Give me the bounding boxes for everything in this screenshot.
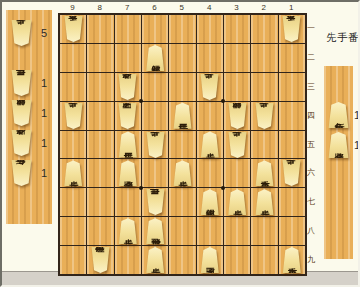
board-piece[interactable]: 歩兵 [146,247,165,273]
file-label: 8 [86,3,113,13]
board-piece-wrap: 銀將 [146,45,165,71]
board-piece-wrap: 王將 [118,103,137,129]
hand-piece-sente[interactable]: 角行 [328,102,349,128]
rank-label: 八 [307,226,319,236]
board-square[interactable] [197,15,223,43]
board-piece-wrap: 歩兵 [255,189,274,215]
board-square[interactable] [60,131,86,159]
board-square[interactable] [251,73,277,101]
rank-label: 五 [307,140,319,150]
board-piece-wrap: 歩兵 [228,189,247,215]
hand-piece-count: 1 [37,106,51,120]
file-label: 2 [250,3,277,13]
board-piece[interactable]: 金將 [118,74,137,100]
hand-piece-gote[interactable]: 桂馬 [11,70,32,96]
board-piece[interactable]: 金將 [118,160,137,186]
board-piece[interactable]: 香車 [64,16,83,42]
rank-label: 九 [307,255,319,265]
board-square[interactable] [142,102,168,130]
file-label: 3 [223,3,250,13]
board-piece-wrap: 香車 [255,160,274,186]
board-square[interactable] [115,246,141,274]
board-piece[interactable]: 歩兵 [282,160,301,186]
board-piece-wrap: 歩兵 [282,160,301,186]
board-square[interactable] [224,15,250,43]
board-piece[interactable]: 歩兵 [64,103,83,129]
board-square[interactable] [87,73,113,101]
hand-piece-gote-wrap: 銀將 [11,100,32,126]
board-square[interactable] [251,246,277,274]
board-square[interactable] [87,217,113,245]
board-piece[interactable]: 歩兵 [200,132,219,158]
board-square[interactable] [197,44,223,72]
hand-piece-count: 1 [37,76,51,90]
hand-piece-sente[interactable]: 金將 [328,132,349,158]
board-square[interactable] [197,217,223,245]
board-piece[interactable]: 飛車 [91,247,110,273]
hand-piece-gote-wrap: 角行 [11,160,32,186]
board-piece[interactable]: 桂馬 [146,189,165,215]
hand-piece-gote-wrap: 桂馬 [11,70,32,96]
board-piece[interactable]: 歩兵 [118,218,137,244]
file-label: 5 [168,3,195,13]
board-piece-wrap: 桂馬 [173,103,192,129]
board-square[interactable] [60,44,86,72]
board-square[interactable] [197,159,223,187]
board-piece[interactable]: 歩兵 [146,132,165,158]
board-piece-wrap: 歩兵 [200,74,219,100]
board-piece-wrap: 銀將 [228,103,247,129]
board-square[interactable] [224,73,250,101]
board-square[interactable] [115,188,141,216]
board-square[interactable] [169,73,195,101]
board-piece-wrap: 飛車 [91,247,110,273]
board-square[interactable] [251,44,277,72]
board-square[interactable] [87,159,113,187]
board-piece-wrap: 歩兵 [118,218,137,244]
board-square[interactable] [169,131,195,159]
board-square[interactable] [87,188,113,216]
board-piece[interactable]: 桂馬 [173,103,192,129]
board-piece-wrap: 歩兵 [146,132,165,158]
board-piece-wrap: 歩兵 [173,160,192,186]
board-piece-wrap: 桂馬 [146,189,165,215]
file-label: 9 [59,3,86,13]
board-piece[interactable]: 歩兵 [200,74,219,100]
hand-piece-gote-wrap: 歩兵 [11,20,32,46]
board-piece-wrap: 桂馬 [118,132,137,158]
file-label: 1 [278,3,305,13]
board-piece[interactable]: 歩兵 [255,103,274,129]
board-square[interactable] [115,15,141,43]
board-piece-wrap: 香車 [64,16,83,42]
board-square[interactable] [87,102,113,130]
board-piece-wrap: 歩兵 [146,247,165,273]
board-square[interactable] [169,217,195,245]
rank-label: 七 [307,197,319,207]
board-piece[interactable]: 銀將 [200,189,219,215]
hand-piece-gote[interactable]: 銀將 [11,100,32,126]
board-square[interactable] [60,217,86,245]
board-piece-wrap: 歩兵 [255,103,274,129]
board-square[interactable] [169,188,195,216]
hand-piece-count: 5 [37,26,51,40]
board-square[interactable] [169,15,195,43]
board-piece[interactable]: 桂馬 [118,132,137,158]
hand-piece-count: 1 [350,108,360,122]
board-piece[interactable]: 銀將 [146,45,165,71]
board-square[interactable] [224,44,250,72]
board-piece-wrap: 飛車 [146,218,165,244]
board-piece[interactable]: 王將 [118,103,137,129]
board-piece-wrap: 歩兵 [64,160,83,186]
board-piece[interactable]: 銀將 [228,103,247,129]
board-square[interactable] [60,73,86,101]
board-square[interactable] [279,131,305,159]
board-square[interactable] [279,73,305,101]
board-piece-wrap: 歩兵 [64,103,83,129]
board-piece[interactable]: 飛車 [146,218,165,244]
board-piece[interactable]: 歩兵 [64,160,83,186]
sente-hand-stand [324,66,353,259]
board-square[interactable] [279,188,305,216]
board-piece-wrap: 香車 [282,16,301,42]
rank-label: 六 [307,168,319,178]
board-square[interactable] [142,159,168,187]
board-piece-wrap: 金將 [118,160,137,186]
board-square[interactable] [169,44,195,72]
board-square[interactable] [60,246,86,274]
board-square[interactable] [251,217,277,245]
file-label: 7 [114,3,141,13]
board-square[interactable] [224,246,250,274]
hand-piece-count: 1 [37,136,51,150]
hand-piece-count: 1 [37,166,51,180]
shogi-applet: 先手番 987654321一二三四五六七八九香車香車銀將金將歩兵歩兵王將桂馬銀將… [0,0,360,287]
shogi-board [58,13,307,276]
board-square[interactable] [224,159,250,187]
board-piece[interactable]: 歩兵 [255,189,274,215]
rank-label: 一 [307,24,319,34]
hand-piece-gote[interactable]: 角行 [11,160,32,186]
board-square[interactable] [197,102,223,130]
board-square[interactable] [115,44,141,72]
hand-piece-gote[interactable]: 金將 [11,130,32,156]
board-square[interactable] [142,73,168,101]
hand-piece-sente-wrap: 角行 [328,102,349,128]
board-square[interactable] [87,131,113,159]
rank-label: 二 [307,53,319,63]
rank-label: 四 [307,111,319,121]
board-piece-wrap: 金將 [118,74,137,100]
hand-piece-sente-wrap: 金將 [328,132,349,158]
board-square[interactable] [142,15,168,43]
board-square[interactable] [169,246,195,274]
board-square[interactable] [87,44,113,72]
board-piece[interactable]: 香車 [255,160,274,186]
hand-piece-count: 1 [350,138,360,152]
board-square[interactable] [251,131,277,159]
board-piece[interactable]: 玉將 [200,247,219,273]
board-piece-wrap: 銀將 [200,189,219,215]
board-piece-wrap: 歩兵 [200,132,219,158]
board-square[interactable] [279,44,305,72]
board-piece[interactable]: 歩兵 [228,189,247,215]
rank-label: 三 [307,82,319,92]
board-piece[interactable]: 歩兵 [173,160,192,186]
file-label: 6 [141,3,168,13]
board-square[interactable] [279,217,305,245]
board-square[interactable] [279,102,305,130]
hand-piece-gote-wrap: 金將 [11,130,32,156]
board-piece[interactable]: 歩兵 [228,132,247,158]
board-piece-wrap: 玉將 [200,247,219,273]
board-piece[interactable]: 香車 [282,247,301,273]
board-piece[interactable]: 香車 [282,16,301,42]
board-square[interactable] [87,15,113,43]
board-square[interactable] [224,217,250,245]
board-piece-wrap: 香車 [282,247,301,273]
hand-piece-gote[interactable]: 歩兵 [11,20,32,46]
board-square[interactable] [60,188,86,216]
board-square[interactable] [251,15,277,43]
file-label: 4 [196,3,223,13]
turn-indicator-label: 先手番 [326,31,360,45]
board-piece-wrap: 歩兵 [228,132,247,158]
